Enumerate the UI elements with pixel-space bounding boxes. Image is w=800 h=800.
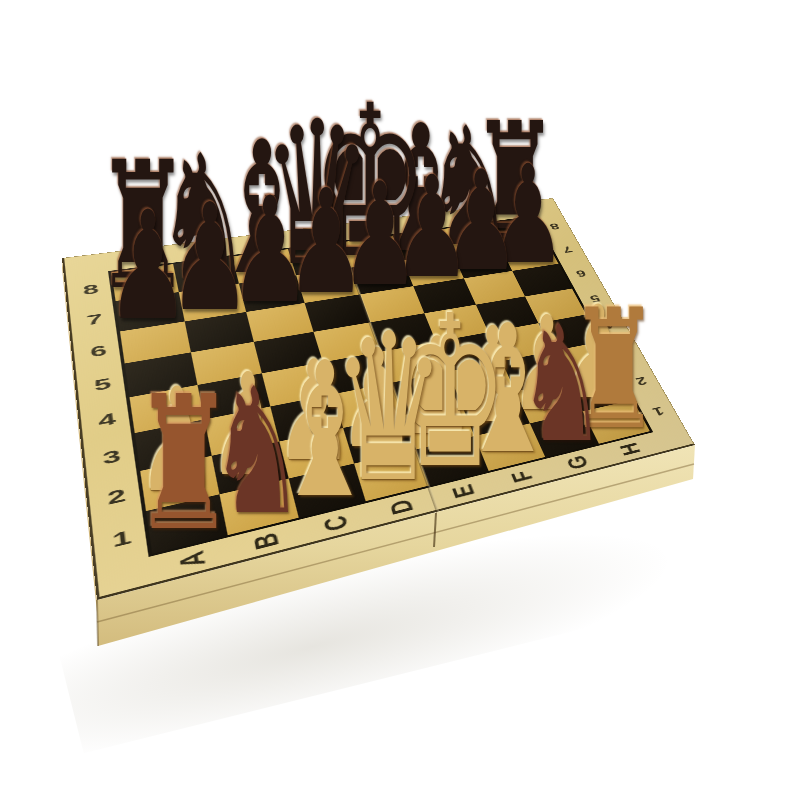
rank-label-left-3: 3 — [102, 445, 122, 468]
box-corner-edge — [97, 600, 98, 646]
black-pawn-a7[interactable]: ♟ — [106, 191, 189, 341]
photo-scene: 87654321 87654321 ABCDEFGH ♜♞♝♛♚♝♞♜♟♟♟♟♟… — [0, 0, 800, 800]
rank-label-left-2: 2 — [106, 484, 127, 509]
white-rook-a1[interactable]: ♜ — [133, 372, 236, 557]
rank-label-left-4: 4 — [97, 409, 117, 431]
rank-label-left-1: 1 — [111, 525, 133, 552]
rank-label-left-6: 6 — [89, 341, 108, 360]
rank-label-left-5: 5 — [93, 374, 112, 395]
